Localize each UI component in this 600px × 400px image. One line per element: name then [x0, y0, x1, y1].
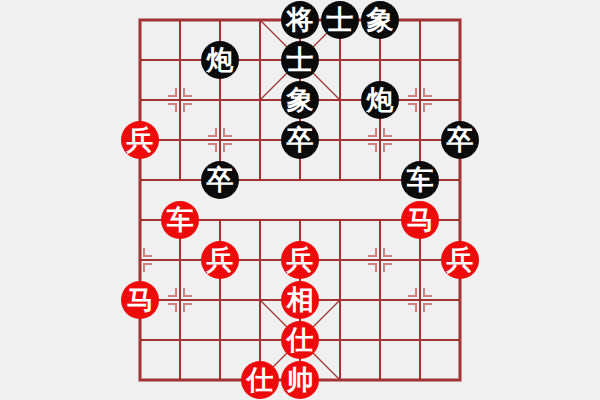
xiangqi-diagram: 将士象炮士象炮兵卒卒卒车车马兵兵兵马相仕仕帅	[0, 0, 600, 400]
piece-red-chariot[interactable]: 车	[161, 201, 199, 239]
piece-black-soldier[interactable]: 卒	[281, 121, 319, 159]
piece-red-soldier[interactable]: 兵	[281, 241, 319, 279]
piece-black-soldier[interactable]: 卒	[441, 121, 479, 159]
piece-black-elephant[interactable]: 象	[281, 81, 319, 119]
piece-red-soldier[interactable]: 兵	[441, 241, 479, 279]
piece-black-advisor[interactable]: 士	[281, 41, 319, 79]
piece-black-elephant[interactable]: 象	[361, 1, 399, 39]
piece-red-soldier[interactable]: 兵	[201, 241, 239, 279]
piece-black-soldier[interactable]: 卒	[201, 161, 239, 199]
piece-red-elephant[interactable]: 相	[281, 281, 319, 319]
piece-red-horse[interactable]: 马	[121, 281, 159, 319]
piece-black-chariot[interactable]: 车	[401, 161, 439, 199]
piece-red-advisor[interactable]: 仕	[241, 361, 279, 399]
xiangqi-board: 将士象炮士象炮兵卒卒卒车车马兵兵兵马相仕仕帅	[138, 18, 462, 382]
piece-black-cannon[interactable]: 炮	[201, 41, 239, 79]
piece-black-cannon[interactable]: 炮	[361, 81, 399, 119]
piece-red-general[interactable]: 帅	[281, 361, 319, 399]
piece-black-general[interactable]: 将	[281, 1, 319, 39]
piece-red-soldier[interactable]: 兵	[121, 121, 159, 159]
piece-black-advisor[interactable]: 士	[321, 1, 359, 39]
piece-red-horse[interactable]: 马	[401, 201, 439, 239]
piece-red-advisor[interactable]: 仕	[281, 321, 319, 359]
